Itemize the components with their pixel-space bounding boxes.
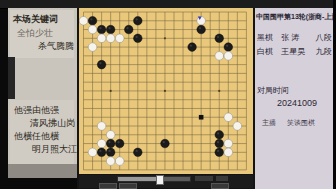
poem-line-3: 他横任他横 (14, 130, 59, 143)
keyword-sub: 全怕少壮 (17, 27, 53, 40)
move-counter-total (216, 176, 228, 181)
stone-white (197, 16, 206, 25)
stone-black (88, 16, 97, 25)
stone-white (115, 34, 124, 43)
stone-black (97, 148, 106, 157)
window-bottom-border (0, 178, 77, 189)
poem-line-1: 他强由他强 (14, 104, 59, 117)
white-player: 王星昊 (281, 46, 313, 57)
stone-white (88, 148, 97, 157)
stone-white (106, 34, 115, 43)
move-slider-fill (118, 177, 158, 181)
stone-black (215, 130, 224, 139)
host-name: 笑谈围棋 (287, 118, 315, 128)
keyword-main: 杀气腾腾 (38, 40, 74, 53)
stone-black (134, 16, 143, 25)
stone-black (197, 25, 206, 34)
white-player-row: 白棋 王星昊 九段 (257, 46, 331, 57)
stone-white (97, 139, 106, 148)
stone-white (115, 157, 124, 166)
stone-white (106, 157, 115, 166)
stone-highlight (217, 36, 219, 38)
stone-black (215, 34, 224, 43)
stone-black (215, 148, 224, 157)
stone-highlight (126, 27, 128, 29)
stone-white (215, 52, 224, 61)
stone-black (161, 139, 170, 148)
move-slider[interactable] (117, 176, 191, 182)
game-time-label: 对局时间 (257, 85, 289, 96)
stone-black (224, 43, 233, 52)
sidebar: 本场关键词 全怕少壮 杀气腾腾 他强由他强 清风拂山岗 他横任他横 明月照大江 (8, 8, 77, 178)
host-label: 主播 (262, 118, 276, 128)
stone-black (134, 148, 143, 157)
stone-white (97, 34, 106, 43)
stone-black (106, 139, 115, 148)
black-player-row: 黑棋 张 涛 八段 (257, 32, 331, 43)
stone-highlight (217, 132, 219, 134)
stone-black (97, 60, 106, 69)
stone-white (79, 16, 88, 25)
stone-highlight (108, 27, 110, 29)
playback-bar (79, 175, 253, 188)
stone-highlight (99, 150, 101, 152)
game-date: 20241009 (277, 98, 317, 108)
go-board[interactable] (79, 8, 253, 174)
stone-white (233, 122, 242, 131)
star-point (164, 90, 166, 92)
stone-white (97, 122, 106, 131)
stone-highlight (217, 150, 219, 152)
white-label: 白棋 (257, 46, 279, 57)
stone-white (224, 139, 233, 148)
stone-black (106, 25, 115, 34)
stone-white (88, 43, 97, 52)
playback-next-button[interactable] (211, 183, 229, 189)
stone-white (224, 113, 233, 122)
match-title: 中国围甲第13轮(浙商-上海 (256, 12, 332, 22)
black-player: 张 涛 (281, 32, 313, 43)
stone-white (224, 52, 233, 61)
stone-black (134, 34, 143, 43)
keywords-title: 本场关键词 (13, 13, 58, 26)
stone-highlight (136, 36, 138, 38)
stone-highlight (108, 141, 110, 143)
stone-highlight (117, 141, 119, 143)
move-counter (195, 176, 213, 181)
stone-black (188, 43, 197, 52)
star-point (110, 90, 112, 92)
move-slider-handle[interactable] (156, 175, 164, 185)
stone-black (215, 139, 224, 148)
stone-white (88, 25, 97, 34)
stone-highlight (108, 150, 110, 152)
black-label: 黑棋 (257, 32, 279, 43)
playback-prev-button[interactable] (119, 183, 137, 189)
poem-line-4: 明月照大江 (32, 143, 77, 156)
stone-black (124, 25, 133, 34)
stone-highlight (226, 45, 228, 47)
stone-black (106, 148, 115, 157)
stone-highlight (136, 150, 138, 152)
stone-highlight (190, 45, 192, 47)
sidebar-bottom-strip (8, 164, 77, 178)
info-panel: 中国围甲第13轮(浙商-上海 黑棋 张 涛 八段 白棋 王星昊 九段 对局时间 … (255, 8, 333, 189)
sidebar-notch (8, 57, 15, 99)
stone-white (106, 130, 115, 139)
stone-highlight (99, 62, 101, 64)
board-zone (77, 8, 255, 189)
stone-black (115, 139, 124, 148)
playback-first-button[interactable] (99, 183, 117, 189)
stone-highlight (136, 18, 138, 20)
stone-highlight (217, 141, 219, 143)
stone-highlight (199, 27, 201, 29)
star-point (164, 37, 166, 39)
white-rank: 九段 (315, 47, 331, 56)
stone-highlight (90, 18, 92, 20)
stone-white (224, 148, 233, 157)
star-point (218, 90, 220, 92)
stone-black (97, 25, 106, 34)
stone-highlight (99, 27, 101, 29)
black-rank: 八段 (315, 33, 331, 42)
poem-line-2: 清风拂山岗 (30, 117, 75, 130)
stone-highlight (163, 141, 165, 143)
app-window: 本场关键词 全怕少壮 杀气腾腾 他强由他强 清风拂山岗 他横任他横 明月照大江 … (0, 0, 336, 189)
square-marker (199, 115, 204, 120)
